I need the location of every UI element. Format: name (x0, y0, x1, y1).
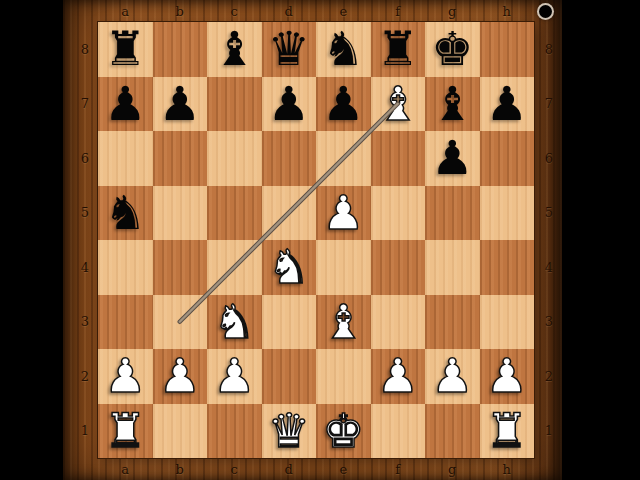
rank-label-right-5: 5 (536, 186, 562, 241)
piece-black-queen-d8[interactable]: ♛ (268, 22, 310, 76)
rank-label-right-4: 4 (536, 240, 562, 295)
file-label-bottom-a: a (98, 458, 153, 480)
piece-black-rook-f8[interactable]: ♜ (377, 22, 419, 76)
file-labels-top: abcdefgh (98, 0, 534, 22)
square-d1[interactable]: ♛ (262, 404, 317, 459)
square-a1[interactable]: ♜ (98, 404, 153, 459)
square-d3[interactable] (262, 295, 317, 350)
square-e3[interactable]: ♝ (316, 295, 371, 350)
piece-white-pawn-h2[interactable]: ♟ (486, 349, 528, 403)
square-h1[interactable]: ♜ (480, 404, 535, 459)
file-label-bottom-e: e (316, 458, 371, 480)
piece-black-king-g8[interactable]: ♚ (431, 22, 473, 76)
file-label-bottom-d: d (262, 458, 317, 480)
piece-white-king-e1[interactable]: ♚ (322, 404, 364, 458)
square-a8[interactable]: ♜ (98, 22, 153, 77)
square-g2[interactable]: ♟ (425, 349, 480, 404)
piece-black-knight-a5[interactable]: ♞ (104, 186, 146, 240)
file-label-top-a: a (98, 0, 153, 22)
rank-label-left-8: 8 (72, 22, 98, 77)
square-b2[interactable]: ♟ (153, 349, 208, 404)
piece-black-bishop-c8[interactable]: ♝ (213, 22, 255, 76)
square-d7[interactable]: ♟ (262, 77, 317, 132)
square-g8[interactable]: ♚ (425, 22, 480, 77)
square-a2[interactable]: ♟ (98, 349, 153, 404)
square-f7[interactable]: ♝ (371, 77, 426, 132)
square-e6[interactable] (316, 131, 371, 186)
square-d2[interactable] (262, 349, 317, 404)
square-c4[interactable] (207, 240, 262, 295)
square-f8[interactable]: ♜ (371, 22, 426, 77)
square-f5[interactable] (371, 186, 426, 241)
square-b3[interactable] (153, 295, 208, 350)
piece-black-rook-a8[interactable]: ♜ (104, 22, 146, 76)
piece-white-pawn-c2[interactable]: ♟ (213, 349, 255, 403)
rank-label-right-1: 1 (536, 404, 562, 459)
piece-white-knight-c3[interactable]: ♞ (213, 295, 255, 349)
square-e5[interactable]: ♟ (316, 186, 371, 241)
square-b1[interactable] (153, 404, 208, 459)
piece-white-bishop-e3[interactable]: ♝ (322, 295, 364, 349)
board: ♜♝♛♞♜♚♟♟♟♟♝♝♟♟♞♟♞♞♝♟♟♟♟♟♟♜♛♚♜ (98, 22, 534, 458)
chess-app-window: abcdefgh abcdefgh 87654321 87654321 ♜♝♛♞… (0, 0, 640, 480)
square-c5[interactable] (207, 186, 262, 241)
piece-black-pawn-b7[interactable]: ♟ (159, 77, 201, 131)
square-e2[interactable] (316, 349, 371, 404)
file-label-top-f: f (371, 0, 426, 22)
rank-label-right-6: 6 (536, 131, 562, 186)
square-b8[interactable] (153, 22, 208, 77)
square-h5[interactable] (480, 186, 535, 241)
rank-label-left-2: 2 (72, 349, 98, 404)
file-label-top-g: g (425, 0, 480, 22)
square-g6[interactable]: ♟ (425, 131, 480, 186)
piece-black-bishop-g7[interactable]: ♝ (431, 77, 473, 131)
piece-white-pawn-g2[interactable]: ♟ (431, 349, 473, 403)
square-e1[interactable]: ♚ (316, 404, 371, 459)
piece-white-pawn-e5[interactable]: ♟ (322, 186, 364, 240)
file-label-bottom-h: h (480, 458, 535, 480)
square-b7[interactable]: ♟ (153, 77, 208, 132)
file-label-top-b: b (153, 0, 208, 22)
square-h8[interactable] (480, 22, 535, 77)
file-label-top-c: c (207, 0, 262, 22)
square-g7[interactable]: ♝ (425, 77, 480, 132)
piece-white-pawn-b2[interactable]: ♟ (159, 349, 201, 403)
square-d4[interactable]: ♞ (262, 240, 317, 295)
rank-label-left-7: 7 (72, 77, 98, 132)
rank-label-left-1: 1 (72, 404, 98, 459)
piece-black-pawn-d7[interactable]: ♟ (268, 77, 310, 131)
file-label-bottom-f: f (371, 458, 426, 480)
square-h3[interactable] (480, 295, 535, 350)
square-a5[interactable]: ♞ (98, 186, 153, 241)
piece-white-pawn-a2[interactable]: ♟ (104, 349, 146, 403)
file-label-top-e: e (316, 0, 371, 22)
square-c8[interactable]: ♝ (207, 22, 262, 77)
piece-white-bishop-f7[interactable]: ♝ (377, 77, 419, 131)
rank-labels-left: 87654321 (72, 22, 98, 458)
rank-label-right-3: 3 (536, 295, 562, 350)
rank-label-left-6: 6 (72, 131, 98, 186)
file-label-top-h: h (480, 0, 535, 22)
rank-label-left-5: 5 (72, 186, 98, 241)
square-a4[interactable] (98, 240, 153, 295)
square-e4[interactable] (316, 240, 371, 295)
square-e7[interactable]: ♟ (316, 77, 371, 132)
square-f4[interactable] (371, 240, 426, 295)
square-d5[interactable] (262, 186, 317, 241)
square-h7[interactable]: ♟ (480, 77, 535, 132)
rank-label-left-3: 3 (72, 295, 98, 350)
piece-white-pawn-f2[interactable]: ♟ (377, 349, 419, 403)
rank-label-right-8: 8 (536, 22, 562, 77)
file-label-bottom-c: c (207, 458, 262, 480)
file-label-top-d: d (262, 0, 317, 22)
square-g1[interactable] (425, 404, 480, 459)
square-f6[interactable] (371, 131, 426, 186)
square-c2[interactable]: ♟ (207, 349, 262, 404)
piece-white-rook-h1[interactable]: ♜ (486, 404, 528, 458)
square-g4[interactable] (425, 240, 480, 295)
rank-label-right-2: 2 (536, 349, 562, 404)
file-label-bottom-g: g (425, 458, 480, 480)
piece-black-knight-e8[interactable]: ♞ (322, 22, 364, 76)
square-c3[interactable]: ♞ (207, 295, 262, 350)
square-a7[interactable]: ♟ (98, 77, 153, 132)
square-a3[interactable] (98, 295, 153, 350)
square-c1[interactable] (207, 404, 262, 459)
square-b5[interactable] (153, 186, 208, 241)
piece-black-pawn-e7[interactable]: ♟ (322, 77, 364, 131)
turn-indicator-black-to-move (539, 5, 552, 18)
square-h4[interactable] (480, 240, 535, 295)
piece-black-pawn-h7[interactable]: ♟ (486, 77, 528, 131)
square-c7[interactable] (207, 77, 262, 132)
file-label-bottom-b: b (153, 458, 208, 480)
square-a6[interactable] (98, 131, 153, 186)
square-d8[interactable]: ♛ (262, 22, 317, 77)
rank-label-right-7: 7 (536, 77, 562, 132)
piece-black-pawn-a7[interactable]: ♟ (104, 77, 146, 131)
piece-white-queen-d1[interactable]: ♛ (268, 404, 310, 458)
piece-white-knight-d4[interactable]: ♞ (268, 240, 310, 294)
square-g3[interactable] (425, 295, 480, 350)
square-d6[interactable] (262, 131, 317, 186)
square-e8[interactable]: ♞ (316, 22, 371, 77)
square-g5[interactable] (425, 186, 480, 241)
piece-black-pawn-g6[interactable]: ♟ (431, 131, 473, 185)
rank-labels-right: 87654321 (536, 22, 562, 458)
square-f2[interactable]: ♟ (371, 349, 426, 404)
square-b6[interactable] (153, 131, 208, 186)
square-c6[interactable] (207, 131, 262, 186)
square-h2[interactable]: ♟ (480, 349, 535, 404)
file-labels-bottom: abcdefgh (98, 458, 534, 480)
square-f1[interactable] (371, 404, 426, 459)
square-b4[interactable] (153, 240, 208, 295)
rank-label-left-4: 4 (72, 240, 98, 295)
piece-white-rook-a1[interactable]: ♜ (104, 404, 146, 458)
square-h6[interactable] (480, 131, 535, 186)
square-f3[interactable] (371, 295, 426, 350)
